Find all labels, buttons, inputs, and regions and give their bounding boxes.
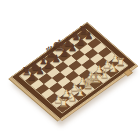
board-playing-area-border: ♜♞♝♛♚♝♞♜♟♟♟♟♟♟♟♟♟♟♟♟♟♟♟♟♜♞♝♛♚♝♞♜	[19, 28, 129, 113]
chess-board: ♜♞♝♛♚♝♞♜♟♟♟♟♟♟♟♟♟♟♟♟♟♟♟♟♜♞♝♛♚♝♞♜	[20, 29, 128, 113]
clasp-icon	[123, 69, 133, 77]
product-photo-chess-set: ♜♞♝♛♚♝♞♜♟♟♟♟♟♟♟♟♟♟♟♟♟♟♟♟♜♞♝♛♚♝♞♜	[0, 0, 140, 140]
piece-white-rook: ♜	[111, 57, 131, 68]
board-frame: ♜♞♝♛♚♝♞♜♟♟♟♟♟♟♟♟♟♟♟♟♟♟♟♟♜♞♝♛♚♝♞♜	[11, 22, 136, 119]
